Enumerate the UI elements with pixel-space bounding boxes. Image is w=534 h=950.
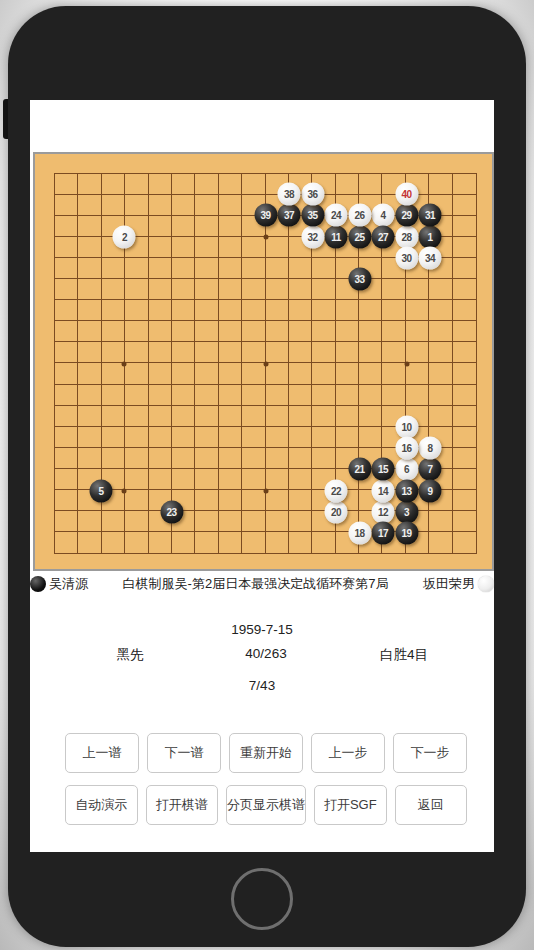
stone-white-20: 20 xyxy=(324,500,347,523)
stone-white-34: 34 xyxy=(419,246,442,269)
stone-black-13: 13 xyxy=(395,479,418,502)
stone-black-27: 27 xyxy=(372,225,395,248)
button-paged-kifu[interactable]: 分页显示棋谱 xyxy=(226,785,306,825)
controls-row-2: 自动演示打开棋谱分页显示棋谱打开SGF返回 xyxy=(65,785,467,825)
stone-white-8: 8 xyxy=(419,437,442,460)
black-stone-icon xyxy=(30,576,46,592)
game-stats: 黑先 40/263 白胜4目 xyxy=(30,646,494,664)
players-bar: 吴清源 白棋制服吴-第2届日本最强决定战循环赛第7局 坂田荣男 xyxy=(30,574,494,594)
button-auto-play[interactable]: 自动演示 xyxy=(65,785,138,825)
stone-black-3: 3 xyxy=(395,500,418,523)
button-prev-game[interactable]: 上一谱 xyxy=(65,733,139,773)
stone-black-31: 31 xyxy=(419,204,442,227)
button-open-kifu[interactable]: 打开棋谱 xyxy=(146,785,219,825)
button-open-sgf[interactable]: 打开SGF xyxy=(314,785,387,825)
stone-black-11: 11 xyxy=(324,225,347,248)
stone-white-30: 30 xyxy=(395,246,418,269)
stone-black-25: 25 xyxy=(348,225,371,248)
move-counter: 40/263 xyxy=(245,646,286,661)
stone-white-26: 26 xyxy=(348,204,371,227)
white-player-name: 坂田荣男 xyxy=(420,575,478,593)
page-counter: 7/43 xyxy=(30,678,494,693)
stone-white-22: 22 xyxy=(324,479,347,502)
stone-black-39: 39 xyxy=(254,204,277,227)
stone-white-4: 4 xyxy=(372,204,395,227)
game-result: 白胜4目 xyxy=(380,646,428,664)
stone-white-6: 6 xyxy=(395,458,418,481)
stone-white-16: 16 xyxy=(395,437,418,460)
button-back[interactable]: 返回 xyxy=(395,785,468,825)
stone-black-17: 17 xyxy=(372,521,395,544)
stone-white-28: 28 xyxy=(395,225,418,248)
game-title: 白棋制服吴-第2届日本最强决定战循环赛第7局 xyxy=(91,575,420,593)
stone-black-1: 1 xyxy=(419,225,442,248)
stone-white-36: 36 xyxy=(301,183,324,206)
stone-black-37: 37 xyxy=(278,204,301,227)
stone-black-7: 7 xyxy=(419,458,442,481)
stone-black-5: 5 xyxy=(90,479,113,502)
stone-white-10: 10 xyxy=(395,416,418,439)
button-prev-move[interactable]: 上一步 xyxy=(311,733,385,773)
white-stone-icon xyxy=(478,576,494,592)
stone-white-18: 18 xyxy=(348,521,371,544)
stone-black-21: 21 xyxy=(348,458,371,481)
button-next-game[interactable]: 下一谱 xyxy=(147,733,221,773)
stone-black-29: 29 xyxy=(395,204,418,227)
stones-layer: 1234567891011121314151617181920212223242… xyxy=(54,173,477,554)
black-player-name: 吴清源 xyxy=(46,575,91,593)
stone-black-33: 33 xyxy=(348,267,371,290)
stone-white-2: 2 xyxy=(113,225,136,248)
home-button[interactable] xyxy=(231,868,293,930)
stone-white-38: 38 xyxy=(278,183,301,206)
button-restart[interactable]: 重新开始 xyxy=(229,733,303,773)
stone-black-19: 19 xyxy=(395,521,418,544)
stone-black-35: 35 xyxy=(301,204,324,227)
stone-white-14: 14 xyxy=(372,479,395,502)
stone-white-12: 12 xyxy=(372,500,395,523)
game-date: 1959-7-15 xyxy=(30,622,494,637)
stone-black-15: 15 xyxy=(372,458,395,481)
stone-white-40: 40 xyxy=(395,183,418,206)
first-to-move: 黑先 xyxy=(117,646,144,664)
stone-black-23: 23 xyxy=(160,500,183,523)
stone-black-9: 9 xyxy=(419,479,442,502)
stone-white-24: 24 xyxy=(324,204,347,227)
app-screen: 1234567891011121314151617181920212223242… xyxy=(30,100,494,852)
button-next-move[interactable]: 下一步 xyxy=(393,733,467,773)
stone-white-32: 32 xyxy=(301,225,324,248)
controls-row-1: 上一谱下一谱重新开始上一步下一步 xyxy=(65,733,467,773)
go-board: 1234567891011121314151617181920212223242… xyxy=(33,152,494,571)
